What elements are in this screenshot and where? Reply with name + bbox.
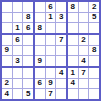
cell-r3c5[interactable] [46, 23, 56, 33]
cell-r3c7[interactable] [68, 23, 78, 33]
cell-r7c2[interactable] [13, 68, 23, 78]
cell-r2c7[interactable] [68, 13, 78, 23]
cell-r1c3[interactable] [23, 2, 33, 12]
cell-r9c4[interactable] [35, 89, 45, 99]
box-3-3: 174 [68, 68, 99, 99]
sudoku-board: 8166138825693792842454697174 [0, 0, 101, 101]
cell-r5c9[interactable]: 8 [89, 46, 99, 56]
box-2-1: 693 [2, 35, 33, 66]
cell-r6c8[interactable]: 4 [79, 56, 89, 66]
cell-r8c3[interactable] [23, 79, 33, 89]
box-3-2: 4697 [35, 68, 66, 99]
box-1-2: 6138 [35, 2, 66, 33]
cell-r4c4[interactable] [35, 35, 45, 45]
cell-r7c8[interactable]: 7 [79, 68, 89, 78]
cell-r8c4[interactable]: 6 [35, 79, 45, 89]
cell-r1c9[interactable]: 2 [89, 2, 99, 12]
cell-r4c5[interactable] [46, 35, 56, 45]
cell-r6c7[interactable] [68, 56, 78, 66]
cell-r3c6[interactable] [56, 23, 66, 33]
cell-r9c1[interactable]: 4 [2, 89, 12, 99]
cell-r7c3[interactable] [23, 68, 33, 78]
cell-r4c8[interactable]: 2 [79, 35, 89, 45]
cell-r6c3[interactable] [23, 56, 33, 66]
cell-r8c5[interactable]: 9 [46, 79, 56, 89]
cell-r1c7[interactable]: 8 [68, 2, 78, 12]
cell-r2c1[interactable] [2, 13, 12, 23]
cell-r6c9[interactable] [89, 56, 99, 66]
cell-r3c9[interactable] [89, 23, 99, 33]
cell-r2c6[interactable]: 3 [56, 13, 66, 23]
cell-r4c3[interactable] [23, 35, 33, 45]
cell-r4c1[interactable] [2, 35, 12, 45]
cell-r6c5[interactable] [46, 56, 56, 66]
cell-r5c1[interactable]: 9 [2, 46, 12, 56]
cell-r2c3[interactable]: 8 [23, 13, 33, 23]
cell-r5c4[interactable] [35, 46, 45, 56]
cell-r4c7[interactable] [68, 35, 78, 45]
cell-r2c5[interactable]: 1 [46, 13, 56, 23]
cell-r5c5[interactable] [46, 46, 56, 56]
cell-r3c8[interactable] [79, 23, 89, 33]
cell-r6c1[interactable] [2, 56, 12, 66]
cell-r8c2[interactable] [13, 79, 23, 89]
box-2-3: 284 [68, 35, 99, 66]
cell-r1c1[interactable] [2, 2, 12, 12]
cell-r2c4[interactable] [35, 13, 45, 23]
cell-r8c7[interactable]: 4 [68, 79, 78, 89]
cell-r3c1[interactable] [2, 23, 12, 33]
cell-r7c5[interactable] [46, 68, 56, 78]
cell-r7c4[interactable] [35, 68, 45, 78]
cell-r6c2[interactable]: 3 [13, 56, 23, 66]
cell-r4c6[interactable]: 7 [56, 35, 66, 45]
cell-r7c7[interactable]: 1 [68, 68, 78, 78]
cell-r9c8[interactable] [79, 89, 89, 99]
cell-r8c1[interactable]: 2 [2, 79, 12, 89]
cell-r6c6[interactable] [56, 56, 66, 66]
box-1-3: 825 [68, 2, 99, 33]
cell-r5c7[interactable] [68, 46, 78, 56]
cell-r4c9[interactable] [89, 35, 99, 45]
box-2-2: 79 [35, 35, 66, 66]
cell-r2c9[interactable]: 5 [89, 13, 99, 23]
box-1-1: 816 [2, 2, 33, 33]
cell-r8c9[interactable] [89, 79, 99, 89]
cell-r9c2[interactable] [13, 89, 23, 99]
cell-r2c2[interactable] [13, 13, 23, 23]
cell-r9c5[interactable]: 7 [46, 89, 56, 99]
box-3-1: 245 [2, 68, 33, 99]
cell-r7c6[interactable]: 4 [56, 68, 66, 78]
cell-r1c2[interactable] [13, 2, 23, 12]
cell-r5c3[interactable] [23, 46, 33, 56]
cell-r4c2[interactable]: 6 [13, 35, 23, 45]
cell-r8c8[interactable] [79, 79, 89, 89]
cell-r1c6[interactable] [56, 2, 66, 12]
cell-r8c6[interactable] [56, 79, 66, 89]
cell-r3c3[interactable]: 6 [23, 23, 33, 33]
cell-r5c8[interactable] [79, 46, 89, 56]
cell-r1c4[interactable] [35, 2, 45, 12]
cell-r9c6[interactable] [56, 89, 66, 99]
cell-r5c6[interactable] [56, 46, 66, 56]
cell-r7c1[interactable] [2, 68, 12, 78]
cell-r9c7[interactable] [68, 89, 78, 99]
cell-r1c5[interactable]: 6 [46, 2, 56, 12]
cell-r6c4[interactable]: 9 [35, 56, 45, 66]
cell-r3c2[interactable]: 1 [13, 23, 23, 33]
cell-r3c4[interactable]: 8 [35, 23, 45, 33]
cell-r1c8[interactable] [79, 2, 89, 12]
cell-r9c3[interactable]: 5 [23, 89, 33, 99]
cell-r7c9[interactable] [89, 68, 99, 78]
cell-r9c9[interactable] [89, 89, 99, 99]
cell-r2c8[interactable] [79, 13, 89, 23]
cell-r5c2[interactable] [13, 46, 23, 56]
